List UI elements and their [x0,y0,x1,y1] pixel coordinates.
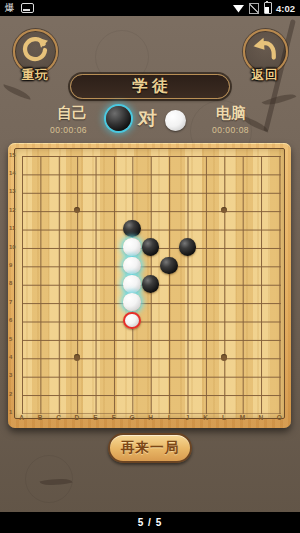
difficulty-title: 学徒 [128,76,172,97]
column-label-O: O [273,414,285,422]
row-label-11: 11 [9,224,21,233]
column-label-K: K [200,414,212,422]
black-stone-H8 [142,275,160,293]
column-label-F: F [108,414,120,422]
row-label-5: 5 [9,335,21,344]
white-stone-G9 [123,257,141,275]
white-stone-G6 [123,312,141,330]
row-label-15: 15 [9,151,21,160]
cloud-decoration [25,455,73,503]
column-label-E: E [89,414,101,422]
column-label-M: M [237,414,249,422]
row-label-6: 6 [9,316,21,325]
column-label-H: H [145,414,157,422]
bamboo-leaf-decoration [1,84,32,99]
notification-badge: 爆 [5,0,15,16]
column-label-A: A [16,414,28,422]
white-stone-G10 [123,238,141,256]
app-screen: 爆 4:02 重玩 返回 [0,0,300,533]
row-label-12: 12 [9,206,21,215]
row-label-14: 14 [9,169,21,178]
black-stone-H10 [142,238,160,256]
replay-button[interactable]: 重玩 [3,29,67,84]
column-label-J: J [181,414,193,422]
back-icon [250,35,280,69]
row-label-2: 2 [9,390,21,399]
screenshot-icon [21,3,34,13]
column-label-B: B [34,414,46,422]
bamboo-leaf-decoration [262,88,297,110]
row-label-4: 4 [9,353,21,362]
black-stone-I9 [160,257,178,275]
row-label-13: 13 [9,187,21,196]
column-label-I: I [163,414,175,422]
opponent-white-stone-avatar [165,110,186,131]
replay-icon [20,35,50,69]
play-again-label: 再来一局 [121,439,179,457]
back-button-label: 返回 [233,67,297,84]
column-label-L: L [218,414,230,422]
row-label-10: 10 [9,243,21,252]
play-again-button[interactable]: 再来一局 [108,433,192,463]
row-label-7: 7 [9,298,21,307]
clock-text: 4:02 [276,3,295,14]
page-indicator: 5 / 5 [138,517,162,528]
replay-button-label: 重玩 [3,67,67,84]
wifi-icon [233,4,244,13]
self-timer: 00:00:06 [50,125,87,135]
bottom-nav-bar: 5 / 5 [0,512,300,533]
board[interactable]: 151413121110987654321ABCDEFGHIJKLMNO [8,143,291,428]
white-stone-G8 [123,275,141,293]
versus-label: 对 [138,106,157,132]
row-label-9: 9 [9,261,21,270]
column-label-N: N [255,414,267,422]
column-label-D: D [71,414,83,422]
self-black-stone-avatar [106,106,131,131]
row-label-3: 3 [9,371,21,380]
star-point-L4 [221,354,228,361]
white-stone-G7 [123,293,141,311]
column-label-G: G [126,414,138,422]
black-stone-G11 [123,220,141,238]
black-stone-J10 [179,238,197,256]
bamboo-leaf-decoration [40,475,73,489]
status-bar: 爆 4:02 [0,0,300,16]
difficulty-banner: 学徒 [70,74,230,99]
back-button[interactable]: 返回 [233,29,297,84]
battery-icon [264,2,272,14]
opponent-timer: 00:00:08 [212,125,249,135]
row-label-8: 8 [9,279,21,288]
opponent-name: 电脑 [216,104,246,123]
column-label-C: C [53,414,65,422]
star-point-D4 [74,354,81,361]
no-sim-icon [249,3,259,14]
self-name: 自己 [57,104,87,123]
